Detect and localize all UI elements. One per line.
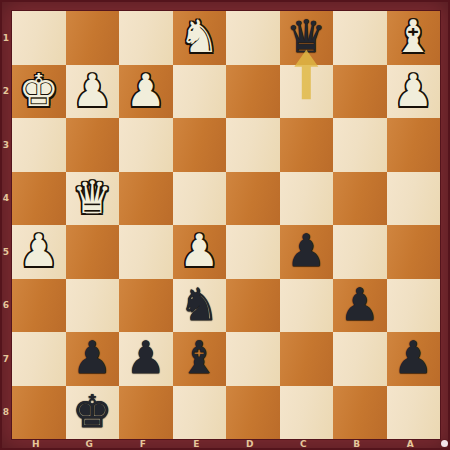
black-pawn[interactable]: ♟ [72, 335, 112, 380]
square-g3[interactable] [66, 118, 120, 172]
square-c4[interactable] [280, 172, 334, 226]
square-f4[interactable] [119, 172, 173, 226]
square-h3[interactable] [12, 118, 66, 172]
square-a2[interactable]: ♟ [387, 65, 441, 119]
black-king[interactable]: ♚ [72, 389, 112, 434]
file-label-b: B [353, 439, 360, 449]
square-e1[interactable]: ♞ [173, 11, 227, 65]
square-f1[interactable] [119, 11, 173, 65]
square-e3[interactable] [173, 118, 227, 172]
square-d5[interactable] [226, 225, 280, 279]
square-b3[interactable] [333, 118, 387, 172]
square-h8[interactable] [12, 386, 66, 440]
chess-board: ♞♛♝♚♟♟♟♛♟♟♟♞♟♟♟♝♟♚ [12, 11, 440, 439]
square-g7[interactable]: ♟ [66, 332, 120, 386]
square-d1[interactable] [226, 11, 280, 65]
square-h5[interactable]: ♟ [12, 225, 66, 279]
white-king[interactable]: ♚ [19, 68, 59, 113]
square-d2[interactable] [226, 65, 280, 119]
white-pawn[interactable]: ♟ [19, 228, 59, 273]
rank-label-4: 4 [3, 193, 9, 203]
square-h1[interactable] [12, 11, 66, 65]
square-a1[interactable]: ♝ [387, 11, 441, 65]
square-g4[interactable]: ♛ [66, 172, 120, 226]
square-e7[interactable]: ♝ [173, 332, 227, 386]
square-c1[interactable]: ♛ [280, 11, 334, 65]
white-pawn[interactable]: ♟ [126, 68, 166, 113]
square-e4[interactable] [173, 172, 227, 226]
square-g1[interactable] [66, 11, 120, 65]
square-a7[interactable]: ♟ [387, 332, 441, 386]
square-h4[interactable] [12, 172, 66, 226]
square-c6[interactable] [280, 279, 334, 333]
black-pawn[interactable]: ♟ [286, 228, 326, 273]
white-pawn[interactable]: ♟ [393, 68, 433, 113]
square-g6[interactable] [66, 279, 120, 333]
square-a4[interactable] [387, 172, 441, 226]
white-pawn[interactable]: ♟ [179, 228, 219, 273]
square-a3[interactable] [387, 118, 441, 172]
square-b4[interactable] [333, 172, 387, 226]
square-c7[interactable] [280, 332, 334, 386]
file-label-f: F [140, 439, 146, 449]
white-bishop[interactable]: ♝ [393, 14, 433, 59]
square-g2[interactable]: ♟ [66, 65, 120, 119]
square-e5[interactable]: ♟ [173, 225, 227, 279]
square-f6[interactable] [119, 279, 173, 333]
square-c3[interactable] [280, 118, 334, 172]
square-b8[interactable] [333, 386, 387, 440]
square-d7[interactable] [226, 332, 280, 386]
file-label-c: C [300, 439, 307, 449]
square-a6[interactable] [387, 279, 441, 333]
board-frame: ♞♛♝♚♟♟♟♛♟♟♟♞♟♟♟♝♟♚ 12345678HGFEDCBA [0, 0, 450, 450]
black-pawn[interactable]: ♟ [126, 335, 166, 380]
black-queen[interactable]: ♛ [286, 14, 326, 59]
square-f3[interactable] [119, 118, 173, 172]
black-pawn[interactable]: ♟ [393, 335, 433, 380]
file-label-d: D [246, 439, 253, 449]
rank-label-8: 8 [3, 407, 9, 417]
black-bishop[interactable]: ♝ [179, 335, 219, 380]
square-b7[interactable] [333, 332, 387, 386]
square-a5[interactable] [387, 225, 441, 279]
square-c2[interactable] [280, 65, 334, 119]
rank-label-3: 3 [3, 140, 9, 150]
square-c5[interactable]: ♟ [280, 225, 334, 279]
square-h6[interactable] [12, 279, 66, 333]
square-d4[interactable] [226, 172, 280, 226]
square-d3[interactable] [226, 118, 280, 172]
square-h7[interactable] [12, 332, 66, 386]
file-label-h: H [32, 439, 40, 449]
square-f5[interactable] [119, 225, 173, 279]
square-e2[interactable] [173, 65, 227, 119]
square-a8[interactable] [387, 386, 441, 440]
square-g5[interactable] [66, 225, 120, 279]
black-pawn[interactable]: ♟ [340, 282, 380, 327]
white-pawn[interactable]: ♟ [72, 68, 112, 113]
square-d6[interactable] [226, 279, 280, 333]
rank-label-5: 5 [3, 247, 9, 257]
black-knight[interactable]: ♞ [179, 282, 219, 327]
square-g8[interactable]: ♚ [66, 386, 120, 440]
square-h2[interactable]: ♚ [12, 65, 66, 119]
rank-label-2: 2 [3, 86, 9, 96]
square-b1[interactable] [333, 11, 387, 65]
square-b6[interactable]: ♟ [333, 279, 387, 333]
square-e8[interactable] [173, 386, 227, 440]
rank-label-1: 1 [3, 33, 9, 43]
rank-label-6: 6 [3, 300, 9, 310]
file-label-g: G [86, 439, 93, 449]
file-label-a: A [407, 439, 414, 449]
square-c8[interactable] [280, 386, 334, 440]
square-b2[interactable] [333, 65, 387, 119]
file-label-e: E [193, 439, 199, 449]
square-b5[interactable] [333, 225, 387, 279]
white-knight[interactable]: ♞ [179, 14, 219, 59]
rank-label-7: 7 [3, 354, 9, 364]
side-to-move-indicator [441, 440, 448, 447]
square-f8[interactable] [119, 386, 173, 440]
square-f2[interactable]: ♟ [119, 65, 173, 119]
square-d8[interactable] [226, 386, 280, 440]
square-e6[interactable]: ♞ [173, 279, 227, 333]
square-f7[interactable]: ♟ [119, 332, 173, 386]
white-queen[interactable]: ♛ [72, 175, 112, 220]
